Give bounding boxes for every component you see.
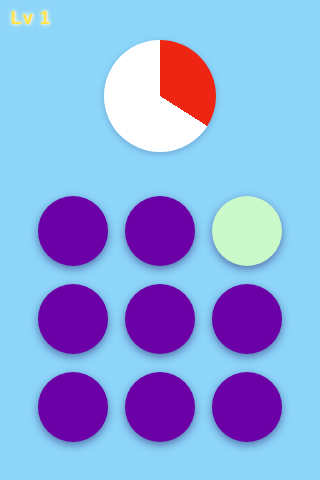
tile-r2c0[interactable] [38, 372, 108, 442]
tile-r1c1[interactable] [125, 284, 195, 354]
board-grid [29, 187, 290, 451]
tile-r2c1[interactable] [125, 372, 195, 442]
tile-r0c0[interactable] [38, 196, 108, 266]
tile-r1c0[interactable] [38, 284, 108, 354]
timer-pie [104, 40, 216, 152]
tile-r0c2-odd[interactable] [212, 196, 282, 266]
tile-r1c2[interactable] [212, 284, 282, 354]
level-label: Lv 1 [11, 8, 51, 29]
tile-r2c2[interactable] [212, 372, 282, 442]
game-screen: Lv 1 [0, 0, 320, 480]
tile-r0c1[interactable] [125, 196, 195, 266]
